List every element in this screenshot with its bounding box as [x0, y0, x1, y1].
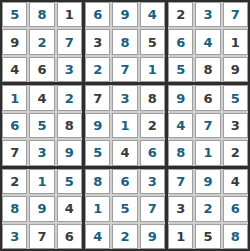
- cell-r1c8[interactable]: 3: [195, 2, 220, 27]
- cell-r7c9[interactable]: 4: [223, 169, 248, 194]
- cell-r1c4[interactable]: 6: [85, 2, 110, 27]
- cell-r5c2[interactable]: 5: [29, 113, 54, 138]
- cell-r9c2[interactable]: 7: [29, 224, 54, 249]
- cell-r3c2[interactable]: 6: [29, 57, 54, 82]
- cell-r8c5[interactable]: 5: [112, 196, 137, 221]
- cell-r4c5[interactable]: 3: [112, 85, 137, 110]
- cell-r4c7[interactable]: 9: [168, 85, 193, 110]
- cell-r7c5[interactable]: 6: [112, 169, 137, 194]
- cell-r8c3[interactable]: 4: [57, 196, 82, 221]
- cell-r1c5[interactable]: 9: [112, 2, 137, 27]
- cell-r5c4[interactable]: 9: [85, 113, 110, 138]
- cell-r7c7[interactable]: 7: [168, 169, 193, 194]
- cell-r8c9[interactable]: 6: [223, 196, 248, 221]
- cell-r3c3[interactable]: 3: [57, 57, 82, 82]
- cell-r2c2[interactable]: 2: [29, 29, 54, 54]
- cell-r1c3[interactable]: 1: [57, 2, 82, 27]
- cell-r1c2[interactable]: 8: [29, 2, 54, 27]
- cell-r8c1[interactable]: 8: [2, 196, 27, 221]
- cell-r3c5[interactable]: 7: [112, 57, 137, 82]
- cell-r1c7[interactable]: 2: [168, 2, 193, 27]
- box-2: 237641589: [168, 2, 248, 82]
- cell-r2c4[interactable]: 3: [85, 29, 110, 54]
- box-0: 581927463: [2, 2, 82, 82]
- cell-r6c8[interactable]: 1: [195, 140, 220, 165]
- cell-r4c4[interactable]: 7: [85, 85, 110, 110]
- box-3: 142658739: [2, 85, 82, 165]
- box-1: 694385271: [85, 2, 165, 82]
- cell-r2c9[interactable]: 1: [223, 29, 248, 54]
- cell-r6c1[interactable]: 7: [2, 140, 27, 165]
- box-5: 965473812: [168, 85, 248, 165]
- cell-r8c6[interactable]: 7: [140, 196, 165, 221]
- cell-r2c7[interactable]: 6: [168, 29, 193, 54]
- box-8: 794326158: [168, 169, 248, 249]
- cell-r6c6[interactable]: 6: [140, 140, 165, 165]
- cell-r1c1[interactable]: 5: [2, 2, 27, 27]
- cell-r5c5[interactable]: 1: [112, 113, 137, 138]
- cell-r6c5[interactable]: 4: [112, 140, 137, 165]
- cell-r7c6[interactable]: 3: [140, 169, 165, 194]
- cell-r4c9[interactable]: 5: [223, 85, 248, 110]
- cell-r5c1[interactable]: 6: [2, 113, 27, 138]
- cell-r6c7[interactable]: 8: [168, 140, 193, 165]
- cell-r3c7[interactable]: 5: [168, 57, 193, 82]
- cell-r4c3[interactable]: 2: [57, 85, 82, 110]
- cell-r2c1[interactable]: 9: [2, 29, 27, 54]
- cell-r3c4[interactable]: 2: [85, 57, 110, 82]
- cell-r9c8[interactable]: 5: [195, 224, 220, 249]
- cell-r7c8[interactable]: 9: [195, 169, 220, 194]
- cell-r9c6[interactable]: 9: [140, 224, 165, 249]
- cell-r2c6[interactable]: 5: [140, 29, 165, 54]
- cell-r9c5[interactable]: 2: [112, 224, 137, 249]
- cell-r8c4[interactable]: 1: [85, 196, 110, 221]
- cell-r4c2[interactable]: 4: [29, 85, 54, 110]
- cell-r1c6[interactable]: 4: [140, 2, 165, 27]
- cell-r3c9[interactable]: 9: [223, 57, 248, 82]
- cell-r9c7[interactable]: 1: [168, 224, 193, 249]
- cell-r2c5[interactable]: 8: [112, 29, 137, 54]
- box-7: 863157429: [85, 169, 165, 249]
- cell-r5c6[interactable]: 2: [140, 113, 165, 138]
- box-6: 215894376: [2, 169, 82, 249]
- cell-r8c8[interactable]: 2: [195, 196, 220, 221]
- cell-r3c8[interactable]: 8: [195, 57, 220, 82]
- cell-r9c9[interactable]: 8: [223, 224, 248, 249]
- cell-r7c3[interactable]: 5: [57, 169, 82, 194]
- cell-r4c8[interactable]: 6: [195, 85, 220, 110]
- cell-r6c4[interactable]: 5: [85, 140, 110, 165]
- cell-r7c4[interactable]: 8: [85, 169, 110, 194]
- cell-r1c9[interactable]: 7: [223, 2, 248, 27]
- cell-r7c2[interactable]: 1: [29, 169, 54, 194]
- cell-r8c2[interactable]: 9: [29, 196, 54, 221]
- cell-r4c1[interactable]: 1: [2, 85, 27, 110]
- cell-r9c3[interactable]: 6: [57, 224, 82, 249]
- box-4: 738912546: [85, 85, 165, 165]
- cell-r2c3[interactable]: 7: [57, 29, 82, 54]
- cell-r9c4[interactable]: 4: [85, 224, 110, 249]
- cell-r2c8[interactable]: 4: [195, 29, 220, 54]
- cell-r6c3[interactable]: 9: [57, 140, 82, 165]
- cell-r4c6[interactable]: 8: [140, 85, 165, 110]
- cell-r7c1[interactable]: 2: [2, 169, 27, 194]
- cell-r9c1[interactable]: 3: [2, 224, 27, 249]
- cell-r5c3[interactable]: 8: [57, 113, 82, 138]
- cell-r5c9[interactable]: 3: [223, 113, 248, 138]
- cell-r5c7[interactable]: 4: [168, 113, 193, 138]
- cell-r8c7[interactable]: 3: [168, 196, 193, 221]
- cell-r3c6[interactable]: 1: [140, 57, 165, 82]
- cell-r5c8[interactable]: 7: [195, 113, 220, 138]
- cell-r6c9[interactable]: 2: [223, 140, 248, 165]
- sudoku-board: 5819274636943852712376415891426587397389…: [0, 0, 250, 251]
- cell-r6c2[interactable]: 3: [29, 140, 54, 165]
- cell-r3c1[interactable]: 4: [2, 57, 27, 82]
